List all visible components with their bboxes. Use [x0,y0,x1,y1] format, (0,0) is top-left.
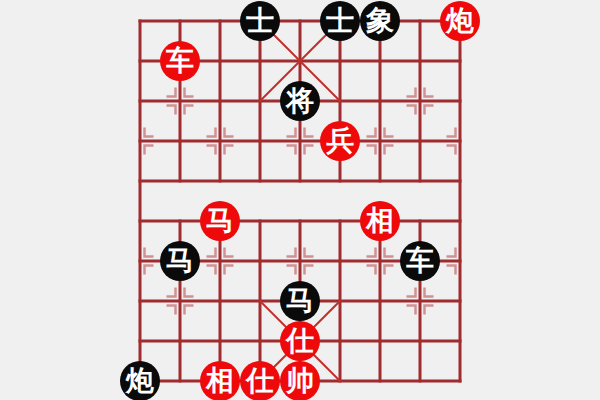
piece-black-cannon[interactable]: 炮 [120,361,160,400]
piece-black-advisor-1[interactable]: 士 [240,1,280,41]
piece-red-general[interactable]: 帅 [280,361,320,400]
piece-black-horse-1[interactable]: 马 [160,241,200,281]
piece-black-elephant[interactable]: 象 [360,1,400,41]
piece-red-advisor-2[interactable]: 仕 [240,361,280,400]
piece-red-advisor-1[interactable]: 仕 [280,321,320,361]
piece-black-general[interactable]: 将 [280,81,320,121]
pieces-layer: 士士象炮车将兵马相马车马仕炮相仕帅 [120,1,480,400]
piece-black-advisor-2[interactable]: 士 [320,1,360,41]
piece-red-elephant-1[interactable]: 相 [360,201,400,241]
piece-red-chariot[interactable]: 车 [160,41,200,81]
piece-black-chariot[interactable]: 车 [400,241,440,281]
piece-black-horse-2[interactable]: 马 [280,281,320,321]
xiangqi-board: 士士象炮车将兵马相马车马仕炮相仕帅 [0,0,600,400]
piece-red-horse[interactable]: 马 [200,201,240,241]
piece-red-elephant-2[interactable]: 相 [200,361,240,400]
piece-red-soldier[interactable]: 兵 [320,121,360,161]
piece-red-cannon[interactable]: 炮 [440,1,480,41]
